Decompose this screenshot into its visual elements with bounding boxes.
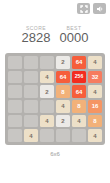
empty-cell [24,85,38,98]
empty-cell [56,129,70,142]
empty-cell [40,56,54,69]
score-box: SCORE 2828 [22,25,51,45]
tile-4: 4 [72,115,86,128]
tile-4: 4 [88,85,102,98]
tile-8: 8 [88,115,102,128]
fullscreen-icon [80,5,88,13]
empty-cell [8,56,22,69]
tile-2: 2 [56,115,70,128]
board-size-label: 6x6 [0,151,110,157]
empty-cell [24,115,38,128]
tile-4: 4 [56,100,70,113]
empty-cell [24,100,38,113]
tile-2: 2 [56,56,70,69]
best-box: BEST 0000 [60,25,89,45]
tile-4: 4 [40,115,54,128]
empty-cell [40,100,54,113]
best-value: 0000 [60,31,89,45]
sound-button[interactable] [93,3,106,14]
empty-cell [24,71,38,84]
empty-cell [24,56,38,69]
tile-4: 4 [88,129,102,142]
scoreboard: SCORE 2828 BEST 0000 [0,25,110,45]
sound-icon [96,5,104,13]
tile-16: 16 [88,100,102,113]
tile-8: 8 [72,100,86,113]
empty-cell [72,129,86,142]
tile-64: 64 [56,71,70,84]
tile-4: 4 [40,71,54,84]
game-2048-app: SCORE 2828 BEST 0000 2644464256322864448… [0,0,110,183]
empty-cell [8,129,22,142]
tile-256: 256 [72,71,86,84]
tile-8: 8 [56,85,70,98]
empty-cell [8,115,22,128]
tile-64: 64 [72,85,86,98]
tile-32: 32 [88,71,102,84]
score-value: 2828 [22,31,51,45]
tile-2: 2 [40,85,54,98]
tile-4: 4 [88,56,102,69]
empty-cell [8,100,22,113]
empty-cell [8,71,22,84]
empty-cell [40,129,54,142]
empty-cell [8,85,22,98]
tile-64: 64 [72,56,86,69]
fullscreen-button[interactable] [77,3,90,14]
toolbar [77,3,106,14]
game-board[interactable]: 264446425632286444816424844 [5,53,105,145]
tile-4: 4 [24,129,38,142]
